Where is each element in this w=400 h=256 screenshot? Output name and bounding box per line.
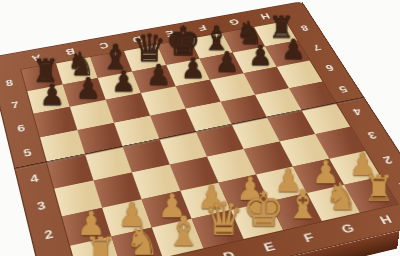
piece-black-pawn-c7: ♟ bbox=[110, 67, 136, 95]
piece-black-pawn-a7: ♟ bbox=[39, 81, 65, 110]
piece-white-queen-d1: ♛ bbox=[203, 197, 244, 243]
square-a6 bbox=[34, 107, 78, 138]
piece-black-pawn-b7: ♟ bbox=[75, 74, 101, 103]
piece-black-pawn-f7: ♟ bbox=[214, 48, 239, 76]
piece-black-pawn-d7: ♟ bbox=[145, 61, 170, 89]
board-face: ABCDEFGH ABCDEFGH 87654321 87654321 ♜♞♝♛… bbox=[0, 1, 400, 256]
piece-white-rook-h1: ♜ bbox=[362, 172, 394, 208]
photo-background: ABCDEFGH ABCDEFGH 87654321 87654321 ♜♞♝♛… bbox=[0, 0, 400, 256]
piece-white-knight-g1: ♞ bbox=[324, 179, 357, 216]
square-c7: ♟ bbox=[98, 71, 141, 99]
folding-chess-box: ABCDEFGH ABCDEFGH 87654321 87654321 ♜♞♝♛… bbox=[0, 1, 400, 256]
piece-white-knight-b1: ♞ bbox=[124, 222, 159, 256]
piece-white-bishop-f1: ♝ bbox=[284, 185, 320, 225]
scene: ABCDEFGH ABCDEFGH 87654321 87654321 ♜♞♝♛… bbox=[0, 0, 400, 256]
piece-white-king-e1: ♚ bbox=[242, 186, 285, 234]
piece-black-pawn-h7: ♟ bbox=[281, 36, 306, 63]
piece-white-bishop-c1: ♝ bbox=[164, 211, 201, 252]
piece-white-rook-a1: ♜ bbox=[83, 233, 117, 256]
piece-black-pawn-e7: ♟ bbox=[180, 54, 205, 82]
piece-black-pawn-g7: ♟ bbox=[247, 42, 272, 70]
square-a7: ♟ bbox=[27, 85, 70, 114]
square-b7: ♟ bbox=[63, 78, 106, 107]
